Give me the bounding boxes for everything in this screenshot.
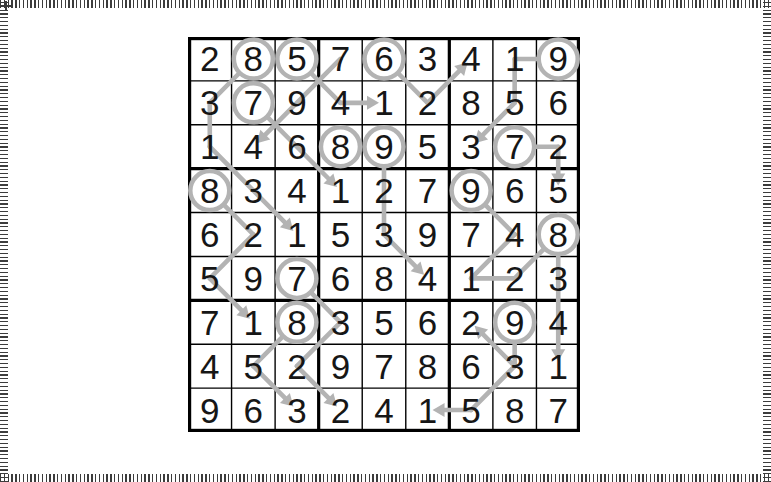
cell-r9c1: 9 (188, 388, 232, 432)
cell-r8c2: 5 (232, 344, 276, 388)
cell-r9c7: 5 (449, 388, 493, 432)
cell-r8c5: 7 (362, 344, 406, 388)
cell-r5c2: 2 (232, 213, 276, 257)
cell-r7c6: 6 (406, 300, 450, 344)
cell-r4c9: 5 (536, 169, 580, 213)
cell-r8c1: 4 (188, 344, 232, 388)
cell-r4c1: 8 (188, 169, 232, 213)
cell-r5c7: 7 (449, 213, 493, 257)
cell-r4c4: 1 (319, 169, 363, 213)
cell-r1c2: 8 (232, 37, 276, 81)
cell-r2c4: 4 (319, 81, 363, 125)
cell-r3c7: 3 (449, 125, 493, 169)
cell-r2c6: 2 (406, 81, 450, 125)
cell-r7c3: 8 (275, 300, 319, 344)
cell-r5c3: 1 (275, 213, 319, 257)
cell-r7c8: 9 (493, 300, 537, 344)
corner-registration-mark (1, 1, 11, 11)
cell-r6c5: 8 (362, 256, 406, 300)
cell-r3c1: 1 (188, 125, 232, 169)
cell-r4c2: 3 (232, 169, 276, 213)
cell-r2c5: 1 (362, 81, 406, 125)
cell-r3c9: 2 (536, 125, 580, 169)
cell-r9c2: 6 (232, 388, 276, 432)
cell-r2c1: 3 (188, 81, 232, 125)
cell-r6c1: 5 (188, 256, 232, 300)
cell-r3c8: 7 (493, 125, 537, 169)
perforated-border-left (0, 0, 8, 482)
cell-r4c6: 7 (406, 169, 450, 213)
cell-r9c4: 2 (319, 388, 363, 432)
cell-r7c4: 3 (319, 300, 363, 344)
cell-r6c3: 7 (275, 256, 319, 300)
cell-r7c9: 4 (536, 300, 580, 344)
cell-r4c7: 9 (449, 169, 493, 213)
cell-r1c5: 6 (362, 37, 406, 81)
cell-r3c2: 4 (232, 125, 276, 169)
cell-r2c8: 5 (493, 81, 537, 125)
cell-r1c9: 9 (536, 37, 580, 81)
cell-r7c7: 2 (449, 300, 493, 344)
cell-r5c1: 6 (188, 213, 232, 257)
sudoku-board: 2857634193794128561468953728341279656215… (188, 37, 580, 432)
cell-r3c5: 9 (362, 125, 406, 169)
cell-r4c8: 6 (493, 169, 537, 213)
cell-r6c9: 3 (536, 256, 580, 300)
cell-r9c3: 3 (275, 388, 319, 432)
cell-r1c8: 1 (493, 37, 537, 81)
cell-r9c8: 8 (493, 388, 537, 432)
cell-r5c8: 4 (493, 213, 537, 257)
cell-r1c3: 5 (275, 37, 319, 81)
cell-r2c2: 7 (232, 81, 276, 125)
cell-r5c4: 5 (319, 213, 363, 257)
cell-r6c4: 6 (319, 256, 363, 300)
page: 2857634193794128561468953728341279656215… (0, 0, 771, 482)
cell-r2c9: 6 (536, 81, 580, 125)
cell-r3c4: 8 (319, 125, 363, 169)
cell-r1c7: 4 (449, 37, 493, 81)
cell-r2c7: 8 (449, 81, 493, 125)
cell-r5c5: 3 (362, 213, 406, 257)
cell-r4c3: 4 (275, 169, 319, 213)
cell-r8c4: 9 (319, 344, 363, 388)
cell-r5c6: 9 (406, 213, 450, 257)
cell-r8c8: 3 (493, 344, 537, 388)
cell-r7c1: 7 (188, 300, 232, 344)
cell-r8c6: 8 (406, 344, 450, 388)
cell-r1c4: 7 (319, 37, 363, 81)
cell-r8c7: 6 (449, 344, 493, 388)
cell-r3c6: 5 (406, 125, 450, 169)
perforated-border-right (763, 0, 771, 482)
cell-r8c3: 2 (275, 344, 319, 388)
cell-r9c9: 7 (536, 388, 580, 432)
cell-r6c7: 1 (449, 256, 493, 300)
cell-r7c5: 5 (362, 300, 406, 344)
cell-r6c2: 9 (232, 256, 276, 300)
cell-r4c5: 2 (362, 169, 406, 213)
cell-r7c2: 1 (232, 300, 276, 344)
perforated-border-top (0, 0, 771, 8)
cell-r1c1: 2 (188, 37, 232, 81)
cell-r6c6: 4 (406, 256, 450, 300)
cell-r5c9: 8 (536, 213, 580, 257)
cell-r1c6: 3 (406, 37, 450, 81)
cell-r2c3: 9 (275, 81, 319, 125)
cell-r8c9: 1 (536, 344, 580, 388)
cell-r9c6: 1 (406, 388, 450, 432)
perforated-border-bottom (0, 474, 771, 482)
cell-r3c3: 6 (275, 125, 319, 169)
cell-r9c5: 4 (362, 388, 406, 432)
cell-r6c8: 2 (493, 256, 537, 300)
board-cells: 2857634193794128561468953728341279656215… (188, 37, 580, 432)
